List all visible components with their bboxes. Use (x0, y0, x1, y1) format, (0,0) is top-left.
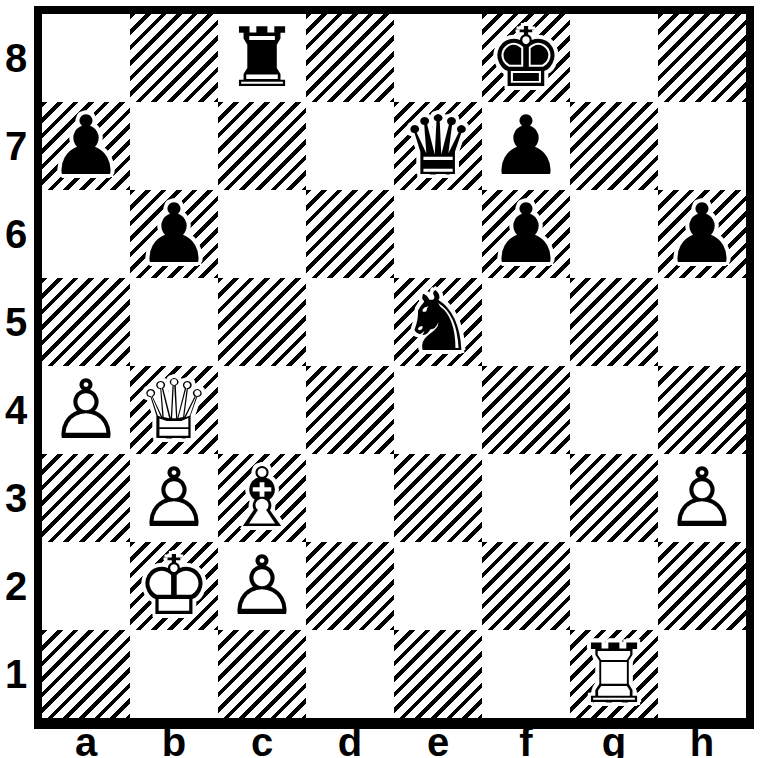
square-h2[interactable] (658, 542, 746, 630)
square-b4[interactable]: ♛♕ (130, 366, 218, 454)
square-c5[interactable] (218, 278, 306, 366)
square-g5[interactable] (570, 278, 658, 366)
square-c2[interactable]: ♟♙ (218, 542, 306, 630)
square-d2[interactable] (306, 542, 394, 630)
square-e6[interactable] (394, 190, 482, 278)
piece-glyph: ♟ (665, 190, 739, 278)
square-c1[interactable] (218, 630, 306, 718)
piece-glyph: ♞ (401, 278, 475, 366)
square-a4[interactable]: ♟♙ (42, 366, 130, 454)
square-d8[interactable] (306, 14, 394, 102)
square-a3[interactable] (42, 454, 130, 542)
square-f3[interactable] (482, 454, 570, 542)
black-pawn: ♟ (482, 190, 570, 278)
black-pawn: ♟ (42, 102, 130, 190)
black-knight: ♞ (394, 278, 482, 366)
white-pawn: ♟♙ (42, 366, 130, 454)
square-f2[interactable] (482, 542, 570, 630)
square-f4[interactable] (482, 366, 570, 454)
white-king: ♚♔ (130, 542, 218, 630)
square-c7[interactable] (218, 102, 306, 190)
square-a8[interactable] (42, 14, 130, 102)
square-h1[interactable] (658, 630, 746, 718)
square-h4[interactable] (658, 366, 746, 454)
square-e3[interactable] (394, 454, 482, 542)
square-h5[interactable] (658, 278, 746, 366)
square-e4[interactable] (394, 366, 482, 454)
rank-label-4: 4 (0, 366, 32, 454)
chess-diagram: 87654321 ♜♚♟♛♟♟♟♟♞♟♙♛♕♟♙♝♗♟♙♚♔♟♙♜♖ abcde… (0, 0, 760, 758)
rank-label-2: 2 (0, 542, 32, 630)
square-b3[interactable]: ♟♙ (130, 454, 218, 542)
board-frame: ♜♚♟♛♟♟♟♟♞♟♙♛♕♟♙♝♗♟♙♚♔♟♙♜♖ (34, 6, 754, 729)
square-f1[interactable] (482, 630, 570, 718)
rank-label-1: 1 (0, 630, 32, 718)
rank-label-8: 8 (0, 14, 32, 102)
square-g2[interactable] (570, 542, 658, 630)
square-g3[interactable] (570, 454, 658, 542)
file-label-f: f (482, 726, 570, 758)
square-d5[interactable] (306, 278, 394, 366)
black-rook: ♜ (218, 14, 306, 102)
square-b6[interactable]: ♟ (130, 190, 218, 278)
square-f8[interactable]: ♚ (482, 14, 570, 102)
file-label-g: g (570, 726, 658, 758)
piece-outline-glyph: ♕ (137, 366, 211, 454)
square-a1[interactable] (42, 630, 130, 718)
square-c3[interactable]: ♝♗ (218, 454, 306, 542)
square-a7[interactable]: ♟ (42, 102, 130, 190)
square-h3[interactable]: ♟♙ (658, 454, 746, 542)
white-pawn: ♟♙ (658, 454, 746, 542)
file-label-b: b (130, 726, 218, 758)
square-a2[interactable] (42, 542, 130, 630)
square-a6[interactable] (42, 190, 130, 278)
file-label-d: d (306, 726, 394, 758)
file-label-h: h (658, 726, 746, 758)
file-label-c: c (218, 726, 306, 758)
piece-glyph: ♜ (225, 14, 299, 102)
square-g7[interactable] (570, 102, 658, 190)
rank-label-7: 7 (0, 102, 32, 190)
square-e8[interactable] (394, 14, 482, 102)
square-c8[interactable]: ♜ (218, 14, 306, 102)
piece-outline-glyph: ♔ (137, 542, 211, 630)
piece-glyph: ♟ (49, 102, 123, 190)
square-e5[interactable]: ♞ (394, 278, 482, 366)
piece-outline-glyph: ♙ (137, 454, 211, 542)
square-g8[interactable] (570, 14, 658, 102)
square-h8[interactable] (658, 14, 746, 102)
square-d6[interactable] (306, 190, 394, 278)
square-e2[interactable] (394, 542, 482, 630)
piece-outline-glyph: ♗ (225, 454, 299, 542)
white-rook: ♜♖ (570, 630, 658, 718)
square-e1[interactable] (394, 630, 482, 718)
square-f7[interactable]: ♟ (482, 102, 570, 190)
square-h6[interactable]: ♟ (658, 190, 746, 278)
square-d4[interactable] (306, 366, 394, 454)
square-f5[interactable] (482, 278, 570, 366)
white-bishop: ♝♗ (218, 454, 306, 542)
piece-outline-glyph: ♖ (577, 630, 651, 718)
rank-label-3: 3 (0, 454, 32, 542)
white-pawn: ♟♙ (218, 542, 306, 630)
square-f6[interactable]: ♟ (482, 190, 570, 278)
square-d1[interactable] (306, 630, 394, 718)
white-queen: ♛♕ (130, 366, 218, 454)
black-pawn: ♟ (482, 102, 570, 190)
piece-outline-glyph: ♙ (49, 366, 123, 454)
white-pawn: ♟♙ (130, 454, 218, 542)
rank-label-5: 5 (0, 278, 32, 366)
black-pawn: ♟ (130, 190, 218, 278)
piece-glyph: ♟ (489, 102, 563, 190)
square-b8[interactable] (130, 14, 218, 102)
black-king: ♚ (482, 14, 570, 102)
file-label-e: e (394, 726, 482, 758)
square-d7[interactable] (306, 102, 394, 190)
piece-outline-glyph: ♙ (225, 542, 299, 630)
square-d3[interactable] (306, 454, 394, 542)
piece-glyph: ♛ (401, 102, 475, 190)
piece-glyph: ♚ (489, 14, 563, 102)
square-b7[interactable] (130, 102, 218, 190)
square-c6[interactable] (218, 190, 306, 278)
piece-outline-glyph: ♙ (665, 454, 739, 542)
square-b2[interactable]: ♚♔ (130, 542, 218, 630)
square-e7[interactable]: ♛ (394, 102, 482, 190)
square-g6[interactable] (570, 190, 658, 278)
file-labels: abcdefgh (42, 726, 746, 758)
square-a5[interactable] (42, 278, 130, 366)
file-label-a: a (42, 726, 130, 758)
square-h7[interactable] (658, 102, 746, 190)
piece-glyph: ♟ (137, 190, 211, 278)
black-pawn: ♟ (658, 190, 746, 278)
rank-label-6: 6 (0, 190, 32, 278)
board: ♜♚♟♛♟♟♟♟♞♟♙♛♕♟♙♝♗♟♙♚♔♟♙♜♖ (42, 14, 746, 718)
square-g4[interactable] (570, 366, 658, 454)
square-g1[interactable]: ♜♖ (570, 630, 658, 718)
square-c4[interactable] (218, 366, 306, 454)
square-b1[interactable] (130, 630, 218, 718)
piece-glyph: ♟ (489, 190, 563, 278)
rank-labels: 87654321 (0, 14, 32, 718)
black-queen: ♛ (394, 102, 482, 190)
square-b5[interactable] (130, 278, 218, 366)
